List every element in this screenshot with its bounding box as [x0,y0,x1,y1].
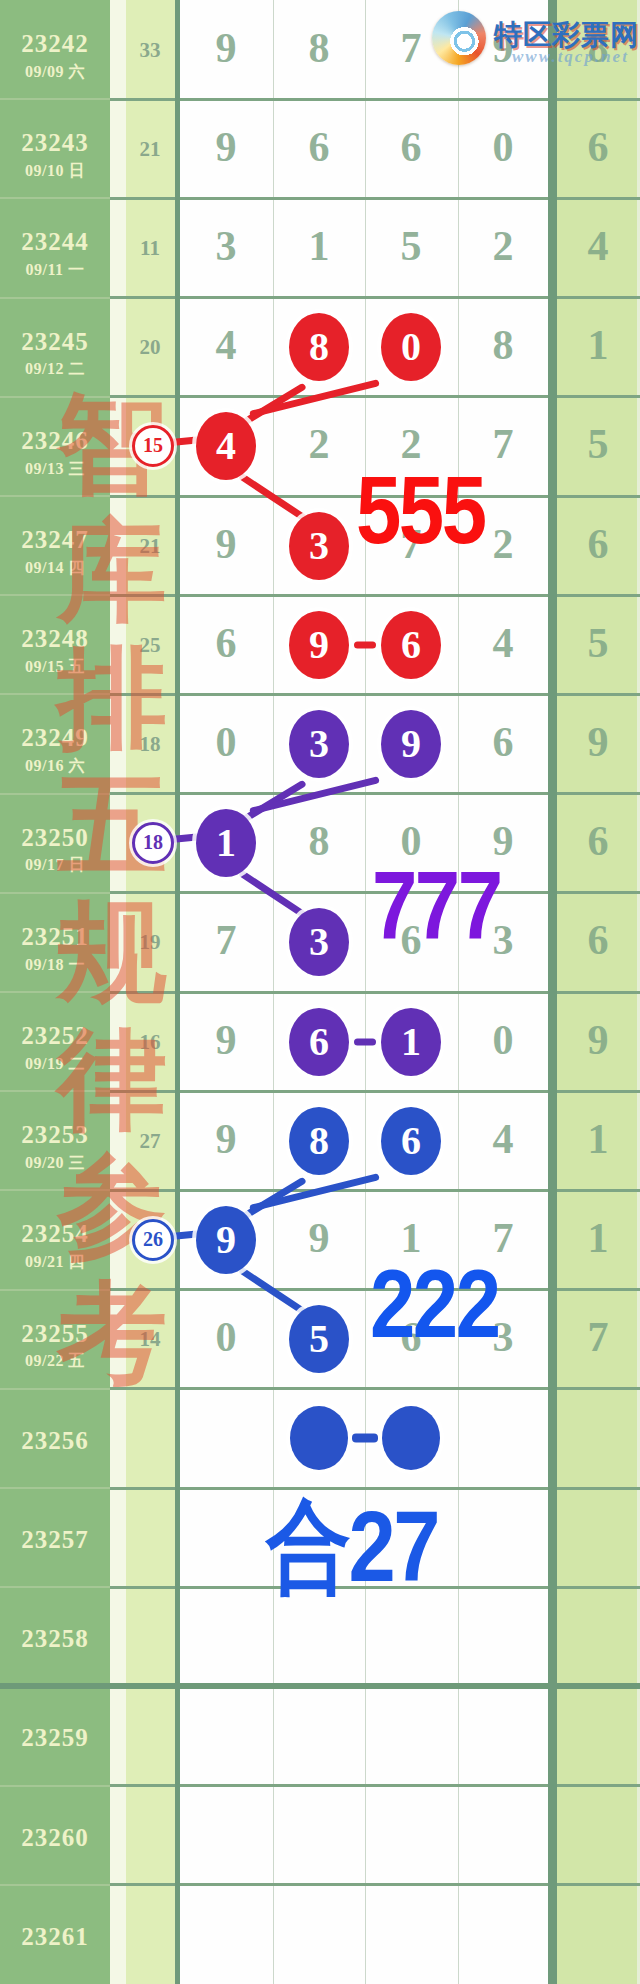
digit-cell: 7 [493,420,514,468]
annotation-27: 合27 [266,1496,438,1596]
circled-digit: 5 [289,1305,349,1373]
annotation-222: 222 [370,1256,498,1352]
digit-cell: 6 [309,123,330,171]
last-digit-cell: 5 [588,619,609,667]
digit-cell: 7 [216,916,237,964]
circled-digit: 3 [289,908,349,976]
last-digit-cell: 6 [588,520,609,568]
digit-cell: 1 [309,222,330,270]
period-cell: 23261 [0,1885,110,1984]
period-label: 23245 [0,328,110,357]
swirl-ball-logo-icon [432,11,486,65]
period-label: 23260 [0,1824,110,1853]
circled-digit: 6 [289,1008,349,1076]
solid-dot [290,1406,348,1470]
period-cell: 23259 [0,1686,110,1785]
digit-cell: 0 [493,123,514,171]
circled-digit: 8 [289,313,349,381]
period-label: 23257 [0,1526,110,1555]
period-cell: 2324209/09 六 [0,0,110,99]
digit-cell: 0 [216,718,237,766]
sum-value: 33 [140,37,161,62]
grid-right-border [548,0,557,1984]
last-digit-cell: 9 [588,718,609,766]
period-label: 23256 [0,1427,110,1456]
circled-digit: 4 [196,412,256,480]
digit-cell: 3 [216,222,237,270]
digit-cell: 8 [493,321,514,369]
circled-digit: 3 [289,710,349,778]
row-divider [110,594,640,597]
watermark-char: 规 [48,898,176,1008]
row-divider [110,395,640,398]
date-label: 09/11 一 [0,260,110,281]
last-digit-cell: 1 [588,1115,609,1163]
last-digit-cell: 6 [588,123,609,171]
last-digit-cell: 7 [588,1313,609,1361]
period-label: 23242 [0,30,110,59]
row-divider [110,1883,640,1886]
digit-cell: 9 [216,24,237,72]
circled-sum: 18 [132,822,174,864]
last-digit-cell: 1 [588,321,609,369]
row-divider [110,1387,640,1390]
circled-digit: 1 [381,1008,441,1076]
date-label: 09/12 二 [0,359,110,380]
connector-dash [352,1434,378,1443]
circled-digit: 6 [381,1107,441,1175]
date-label: 09/09 六 [0,62,110,83]
period-cell: 2324409/11 一 [0,198,110,297]
circled-digit: 3 [289,512,349,580]
digit-cell: 6 [216,619,237,667]
last-digit-cell: 6 [588,817,609,865]
row-divider [110,98,640,101]
digit-cell: 9 [309,1214,330,1262]
digit-cell: 2 [493,222,514,270]
digit-cell: 2 [309,420,330,468]
row-divider [110,197,640,200]
digit-cell: 4 [493,1115,514,1163]
circled-sum: 15 [132,425,174,467]
period-label: 23259 [0,1724,110,1753]
row-divider [110,1090,640,1093]
circled-digit: 9 [196,1206,256,1274]
sum-value: 11 [140,236,160,261]
period-cell: 23256 [0,1389,110,1488]
sum-value: 21 [140,136,161,161]
last-digit-cell: 1 [588,1214,609,1262]
period-cell: 23257 [0,1488,110,1587]
period-label: 23261 [0,1923,110,1952]
row-divider [110,991,640,994]
digit-cell: 0 [493,1016,514,1064]
period-label: 23258 [0,1625,110,1654]
last-digit-cell: 5 [588,420,609,468]
row-divider [110,1784,640,1787]
circled-digit: 1 [196,809,256,877]
digit-cell: 9 [216,123,237,171]
digit-cell: 0 [216,1313,237,1361]
watermark-char: 库 [48,517,176,627]
circled-digit: 9 [289,611,349,679]
digit-cell: 9 [216,1115,237,1163]
digit-cell: 7 [401,24,422,72]
circled-sum: 26 [132,1219,174,1261]
last-digit-cell: 6 [588,916,609,964]
connector-dash [354,1038,376,1045]
digit-cell: 4 [493,619,514,667]
watermark-char: 考 [48,1279,176,1389]
trend-chart-board: 特区彩票网 www.tqcp.net 2324209/09 六339879823… [0,0,640,1984]
row-divider [110,1189,640,1192]
circled-digit: 0 [381,313,441,381]
sum-value: 20 [140,335,161,360]
digit-cell: 9 [216,1016,237,1064]
connector-dash [354,641,376,648]
digit-cell: 8 [309,24,330,72]
circled-digit: 6 [381,611,441,679]
annotation-555: 555 [356,462,484,558]
digit-cell: 5 [401,222,422,270]
digit-cell: 2 [493,520,514,568]
solid-dot [382,1406,440,1470]
digit-cell: 8 [309,817,330,865]
site-logo[interactable]: 特区彩票网 www.tqcp.net [428,6,640,86]
period-label: 23244 [0,228,110,257]
period-cell: 23260 [0,1786,110,1885]
period-cell: 2324309/10 日 [0,99,110,198]
circled-digit: 9 [381,710,441,778]
date-label: 09/10 日 [0,161,110,182]
last-digit-cell: 4 [588,222,609,270]
digit-cell: 6 [493,718,514,766]
digit-cell: 6 [401,123,422,171]
period-cell: 2324509/12 二 [0,298,110,397]
watermark-char: 排 [48,644,176,754]
row-divider [110,296,640,299]
annotation-777: 777 [372,858,500,954]
site-url-watermark: www.tqcp.net [512,47,629,67]
digit-cell: 9 [216,520,237,568]
period-label: 23243 [0,129,110,158]
circled-digit: 8 [289,1107,349,1175]
row-divider [110,792,640,795]
period-cell: 23258 [0,1587,110,1686]
last-digit-cell: 9 [588,1016,609,1064]
watermark-char: 律 [48,1025,176,1135]
digit-cell: 4 [216,321,237,369]
row-divider [110,693,640,696]
